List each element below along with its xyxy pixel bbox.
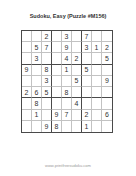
cell-r9c9[interactable] [102, 121, 112, 132]
cell-r8c1[interactable] [22, 110, 32, 121]
cell-r2c7[interactable]: 3 [82, 42, 92, 53]
cell-r6c4[interactable] [52, 87, 62, 98]
cell-r3c5[interactable]: 4 [62, 53, 72, 64]
cell-r3c2[interactable]: 3 [32, 53, 42, 64]
cell-r8c4[interactable]: 9 [52, 110, 62, 121]
cell-r2c5[interactable]: 9 [62, 42, 72, 53]
cell-r8c5[interactable]: 7 [62, 110, 72, 121]
cell-r7c6[interactable]: 4 [72, 98, 82, 109]
cell-r5c4[interactable] [52, 76, 62, 87]
cell-r3c8[interactable] [92, 53, 102, 64]
cell-r2c9[interactable]: 2 [102, 42, 112, 53]
cell-r1c5[interactable]: 3 [62, 31, 72, 42]
cell-r7c8[interactable] [92, 98, 102, 109]
cell-r5c9[interactable]: 9 [102, 76, 112, 87]
cell-r4c2[interactable] [32, 65, 42, 76]
cell-r5c2[interactable] [32, 76, 42, 87]
cell-r2c8[interactable]: 1 [92, 42, 102, 53]
cell-r4c1[interactable]: 9 [22, 65, 32, 76]
cell-r4c7[interactable]: 5 [82, 65, 92, 76]
cell-r1c6[interactable] [72, 31, 82, 42]
cell-r6c3[interactable]: 5 [42, 87, 52, 98]
cell-r3c4[interactable] [52, 53, 62, 64]
cell-r4c6[interactable] [72, 65, 82, 76]
cell-r3c6[interactable]: 2 [72, 53, 82, 64]
cell-r1c9[interactable] [102, 31, 112, 42]
cell-r1c7[interactable]: 7 [82, 31, 92, 42]
cell-r9c6[interactable] [72, 121, 82, 132]
cell-r6c9[interactable] [102, 87, 112, 98]
cell-r5c1[interactable] [22, 76, 32, 87]
cell-r4c8[interactable] [92, 65, 102, 76]
cell-r9c8[interactable] [92, 121, 102, 132]
cell-r7c9[interactable] [102, 98, 112, 109]
cell-r5c3[interactable]: 3 [42, 76, 52, 87]
cell-r2c1[interactable] [22, 42, 32, 53]
cell-r1c4[interactable] [52, 31, 62, 42]
cell-r2c4[interactable] [52, 42, 62, 53]
cell-r7c1[interactable] [22, 98, 32, 109]
cell-r3c1[interactable] [22, 53, 32, 64]
cell-r5c5[interactable] [62, 76, 72, 87]
cell-r5c6[interactable]: 5 [72, 76, 82, 87]
cell-r4c4[interactable] [52, 65, 62, 76]
cell-r9c4[interactable]: 8 [52, 121, 62, 132]
cell-r1c3[interactable]: 2 [42, 31, 52, 42]
cell-r1c2[interactable] [32, 31, 42, 42]
cell-r1c1[interactable] [22, 31, 32, 42]
cell-r1c8[interactable] [92, 31, 102, 42]
cell-r5c8[interactable] [92, 76, 102, 87]
cell-r6c6[interactable] [72, 87, 82, 98]
cell-r7c7[interactable] [82, 98, 92, 109]
cell-r9c2[interactable] [32, 121, 42, 132]
cell-r3c9[interactable]: 5 [102, 53, 112, 64]
cell-r8c8[interactable] [92, 110, 102, 121]
cell-r6c5[interactable]: 8 [62, 87, 72, 98]
cell-r2c2[interactable]: 5 [32, 42, 42, 53]
cell-r8c7[interactable]: 2 [82, 110, 92, 121]
cell-r7c4[interactable] [52, 98, 62, 109]
cell-r8c3[interactable] [42, 110, 52, 121]
cell-r3c3[interactable] [42, 53, 52, 64]
cell-r6c1[interactable]: 2 [22, 87, 32, 98]
cell-r6c7[interactable] [82, 87, 92, 98]
cell-r9c1[interactable] [22, 121, 32, 132]
cell-r7c5[interactable] [62, 98, 72, 109]
page-footer-url: www.printfreesudoku.com [0, 163, 136, 168]
cell-r2c3[interactable]: 7 [42, 42, 52, 53]
cell-r7c2[interactable]: 8 [32, 98, 42, 109]
cell-r9c3[interactable]: 9 [42, 121, 52, 132]
cell-r5c7[interactable] [82, 76, 92, 87]
cell-r6c2[interactable]: 6 [32, 87, 42, 98]
cell-r9c5[interactable] [62, 121, 72, 132]
cell-r8c9[interactable]: 6 [102, 110, 112, 121]
cell-r7c3[interactable] [42, 98, 52, 109]
cell-r4c5[interactable]: 1 [62, 65, 72, 76]
cell-r8c2[interactable]: 1 [32, 110, 42, 121]
cell-r4c3[interactable]: 8 [42, 65, 52, 76]
cell-r9c7[interactable]: 1 [82, 121, 92, 132]
cell-r6c8[interactable] [92, 87, 102, 98]
cell-r2c6[interactable] [72, 42, 82, 53]
cell-r3c7[interactable] [82, 53, 92, 64]
cell-r8c6[interactable] [72, 110, 82, 121]
page-title: Sudoku, Easy (Puzzle #M156) [0, 13, 136, 19]
sudoku-grid: 2375793123425981535926588419726981 [21, 30, 113, 133]
cell-r4c9[interactable] [102, 65, 112, 76]
puzzle-page: Sudoku, Easy (Puzzle #M156) 237579312342… [0, 0, 136, 176]
